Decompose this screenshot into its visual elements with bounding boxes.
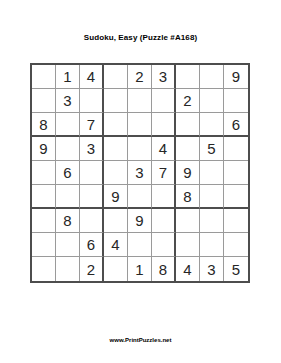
cell-r1c2: 1 <box>56 65 80 89</box>
cell-r2c1[interactable] <box>32 89 56 113</box>
cell-r5c9[interactable] <box>224 161 248 185</box>
cell-r6c2[interactable] <box>56 185 80 209</box>
cell-r7c9[interactable] <box>224 209 248 233</box>
cell-r4c4[interactable] <box>104 137 128 161</box>
cell-r1c5: 2 <box>128 65 152 89</box>
cell-r5c8[interactable] <box>200 161 224 185</box>
cell-r4c6: 4 <box>152 137 176 161</box>
cell-r6c3[interactable] <box>80 185 104 209</box>
cell-r9c3: 2 <box>80 257 104 281</box>
footer-url: www.PrintPuzzles.net <box>0 337 281 343</box>
cell-r9c2[interactable] <box>56 257 80 281</box>
cell-r3c3: 7 <box>80 113 104 137</box>
sudoku-grid: 142393287693456379988964218435 <box>30 63 250 283</box>
cell-r4c9[interactable] <box>224 137 248 161</box>
cell-r7c1[interactable] <box>32 209 56 233</box>
cell-r1c3: 4 <box>80 65 104 89</box>
cell-r5c2: 6 <box>56 161 80 185</box>
cell-r2c7: 2 <box>176 89 200 113</box>
cell-r9c8: 3 <box>200 257 224 281</box>
cell-r9c9: 5 <box>224 257 248 281</box>
cell-r2c5[interactable] <box>128 89 152 113</box>
cell-r3c4[interactable] <box>104 113 128 137</box>
cell-r6c1[interactable] <box>32 185 56 209</box>
cell-r4c1: 9 <box>32 137 56 161</box>
cell-r4c2[interactable] <box>56 137 80 161</box>
cell-r4c3: 3 <box>80 137 104 161</box>
cell-r3c6[interactable] <box>152 113 176 137</box>
cell-r7c2: 8 <box>56 209 80 233</box>
cell-r6c9[interactable] <box>224 185 248 209</box>
cell-r1c4[interactable] <box>104 65 128 89</box>
cell-r2c2: 3 <box>56 89 80 113</box>
cell-r5c3[interactable] <box>80 161 104 185</box>
cell-r8c3: 6 <box>80 233 104 257</box>
cell-r9c7: 4 <box>176 257 200 281</box>
cell-r5c1[interactable] <box>32 161 56 185</box>
cell-r6c7: 8 <box>176 185 200 209</box>
cell-r8c6[interactable] <box>152 233 176 257</box>
cell-r4c7[interactable] <box>176 137 200 161</box>
cell-r3c2[interactable] <box>56 113 80 137</box>
cell-r9c5: 1 <box>128 257 152 281</box>
cell-r6c6[interactable] <box>152 185 176 209</box>
cell-r2c3[interactable] <box>80 89 104 113</box>
cell-r8c4: 4 <box>104 233 128 257</box>
cell-r1c1[interactable] <box>32 65 56 89</box>
cell-r9c1[interactable] <box>32 257 56 281</box>
page-title: Sudoku, Easy (Puzzle #A168) <box>0 33 281 42</box>
cell-r9c6: 8 <box>152 257 176 281</box>
cell-r3c1: 8 <box>32 113 56 137</box>
cell-r6c5[interactable] <box>128 185 152 209</box>
cell-r7c8[interactable] <box>200 209 224 233</box>
cell-r2c8[interactable] <box>200 89 224 113</box>
cell-r6c4: 9 <box>104 185 128 209</box>
cell-r7c6[interactable] <box>152 209 176 233</box>
cell-r5c7: 9 <box>176 161 200 185</box>
cell-r7c3[interactable] <box>80 209 104 233</box>
cell-r1c8[interactable] <box>200 65 224 89</box>
cell-r5c4[interactable] <box>104 161 128 185</box>
cell-r5c6: 7 <box>152 161 176 185</box>
cell-r2c9[interactable] <box>224 89 248 113</box>
cell-r1c6: 3 <box>152 65 176 89</box>
cell-r7c5: 9 <box>128 209 152 233</box>
cell-r8c2[interactable] <box>56 233 80 257</box>
cell-r2c6[interactable] <box>152 89 176 113</box>
cell-r4c8: 5 <box>200 137 224 161</box>
cell-r9c4[interactable] <box>104 257 128 281</box>
cell-r8c5[interactable] <box>128 233 152 257</box>
cell-r1c9: 9 <box>224 65 248 89</box>
cell-r1c7[interactable] <box>176 65 200 89</box>
puzzle-page: Sudoku, Easy (Puzzle #A168) 142393287693… <box>0 0 281 363</box>
cell-r4c5[interactable] <box>128 137 152 161</box>
cell-r7c4[interactable] <box>104 209 128 233</box>
cell-r8c1[interactable] <box>32 233 56 257</box>
cell-r3c9: 6 <box>224 113 248 137</box>
cell-r8c9[interactable] <box>224 233 248 257</box>
cell-r8c7[interactable] <box>176 233 200 257</box>
cell-r2c4[interactable] <box>104 89 128 113</box>
cell-r7c7[interactable] <box>176 209 200 233</box>
cell-r6c8[interactable] <box>200 185 224 209</box>
cell-r3c5[interactable] <box>128 113 152 137</box>
cell-r5c5: 3 <box>128 161 152 185</box>
cell-r3c8[interactable] <box>200 113 224 137</box>
cell-r8c8[interactable] <box>200 233 224 257</box>
cell-r3c7[interactable] <box>176 113 200 137</box>
